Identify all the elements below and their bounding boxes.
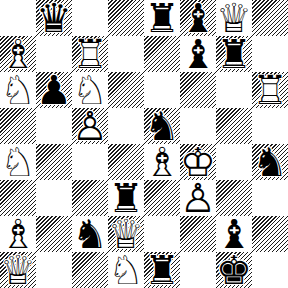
square-e6[interactable]	[144, 72, 180, 108]
piece-face: ♞	[144, 108, 180, 144]
piece-halo: ♝	[0, 216, 36, 252]
piece-black-rook: ♜♜	[216, 36, 252, 72]
square-e5[interactable]: ♞♞	[144, 108, 180, 144]
square-h1[interactable]	[252, 252, 288, 288]
square-d4[interactable]	[108, 144, 144, 180]
piece-face: ♞	[252, 144, 288, 180]
square-h3[interactable]	[252, 180, 288, 216]
piece-face: ♟	[36, 72, 72, 108]
piece-halo: ♞	[252, 144, 288, 180]
piece-halo: ♛	[0, 252, 36, 288]
piece-face: ♙	[72, 108, 108, 144]
square-f4[interactable]: ♚♔	[180, 144, 216, 180]
piece-halo: ♝	[216, 216, 252, 252]
square-a4[interactable]: ♞♘	[0, 144, 36, 180]
square-f2[interactable]	[180, 216, 216, 252]
square-a2[interactable]: ♝♗	[0, 216, 36, 252]
square-e2[interactable]	[144, 216, 180, 252]
square-e4[interactable]: ♝♗	[144, 144, 180, 180]
piece-face: ♝	[216, 216, 252, 252]
square-a8[interactable]	[0, 0, 36, 36]
square-e7[interactable]	[144, 36, 180, 72]
piece-face: ♜	[216, 36, 252, 72]
square-c8[interactable]	[72, 0, 108, 36]
square-g4[interactable]	[216, 144, 252, 180]
piece-halo: ♜	[72, 36, 108, 72]
piece-halo: ♟	[36, 72, 72, 108]
square-f1[interactable]	[180, 252, 216, 288]
square-h8[interactable]	[252, 0, 288, 36]
piece-halo: ♝	[180, 0, 216, 36]
piece-face: ♘	[0, 72, 36, 108]
square-c2[interactable]: ♞♞	[72, 216, 108, 252]
piece-face: ♗	[0, 36, 36, 72]
piece-face: ♝	[180, 0, 216, 36]
square-b6[interactable]: ♟♟	[36, 72, 72, 108]
piece-face: ♗	[144, 144, 180, 180]
piece-white-knight: ♞♘	[0, 144, 36, 180]
square-b7[interactable]	[36, 36, 72, 72]
piece-black-bishop: ♝♝	[180, 0, 216, 36]
piece-halo: ♜	[144, 252, 180, 288]
square-f3[interactable]: ♟♙	[180, 180, 216, 216]
square-e8[interactable]: ♜♜	[144, 0, 180, 36]
piece-white-queen: ♛♕	[108, 216, 144, 252]
square-a3[interactable]	[0, 180, 36, 216]
piece-black-knight: ♞♞	[252, 144, 288, 180]
square-c7[interactable]: ♜♖	[72, 36, 108, 72]
piece-halo: ♛	[216, 0, 252, 36]
square-g1[interactable]: ♚♚	[216, 252, 252, 288]
square-d8[interactable]	[108, 0, 144, 36]
piece-black-bishop: ♝♝	[180, 36, 216, 72]
square-h4[interactable]: ♞♞	[252, 144, 288, 180]
square-g7[interactable]: ♜♜	[216, 36, 252, 72]
piece-black-king: ♚♚	[216, 252, 252, 288]
piece-white-bishop: ♝♗	[0, 36, 36, 72]
piece-white-king: ♚♔	[180, 144, 216, 180]
square-g2[interactable]: ♝♝	[216, 216, 252, 252]
piece-face: ♔	[180, 144, 216, 180]
square-d3[interactable]: ♜♜	[108, 180, 144, 216]
square-c6[interactable]: ♞♘	[72, 72, 108, 108]
square-e1[interactable]: ♜♜	[144, 252, 180, 288]
piece-face: ♞	[72, 216, 108, 252]
piece-white-rook: ♜♖	[252, 72, 288, 108]
piece-face: ♙	[180, 180, 216, 216]
piece-face: ♖	[72, 36, 108, 72]
piece-white-knight: ♞♘	[108, 252, 144, 288]
piece-face: ♜	[108, 180, 144, 216]
piece-face: ♘	[72, 72, 108, 108]
square-b8[interactable]: ♛♛	[36, 0, 72, 36]
piece-face: ♕	[216, 0, 252, 36]
square-a6[interactable]: ♞♘	[0, 72, 36, 108]
square-g8[interactable]: ♛♕	[216, 0, 252, 36]
piece-halo: ♟	[72, 108, 108, 144]
piece-black-queen: ♛♛	[36, 0, 72, 36]
piece-face: ♖	[252, 72, 288, 108]
piece-halo: ♜	[216, 36, 252, 72]
square-d7[interactable]	[108, 36, 144, 72]
square-c1[interactable]	[72, 252, 108, 288]
square-d1[interactable]: ♞♘	[108, 252, 144, 288]
piece-face: ♗	[0, 216, 36, 252]
square-h5[interactable]	[252, 108, 288, 144]
square-g6[interactable]	[216, 72, 252, 108]
square-d6[interactable]	[108, 72, 144, 108]
square-f7[interactable]: ♝♝	[180, 36, 216, 72]
piece-halo: ♝	[0, 36, 36, 72]
square-g3[interactable]	[216, 180, 252, 216]
piece-black-rook: ♜♜	[144, 252, 180, 288]
piece-face: ♕	[0, 252, 36, 288]
square-b4[interactable]	[36, 144, 72, 180]
piece-white-rook: ♜♖	[72, 36, 108, 72]
piece-halo: ♞	[0, 144, 36, 180]
square-c3[interactable]	[72, 180, 108, 216]
piece-white-bishop: ♝♗	[0, 216, 36, 252]
piece-black-knight: ♞♞	[144, 108, 180, 144]
chess-board: ♛♛♜♜♝♝♛♕♝♗♜♖♝♝♜♜♞♘♟♟♞♘♜♖♟♙♞♞♞♘♝♗♚♔♞♞♜♜♟♙…	[0, 0, 288, 288]
piece-halo: ♞	[108, 252, 144, 288]
piece-white-knight: ♞♘	[72, 72, 108, 108]
piece-black-bishop: ♝♝	[216, 216, 252, 252]
piece-face: ♘	[0, 144, 36, 180]
piece-halo: ♜	[108, 180, 144, 216]
piece-halo: ♞	[72, 72, 108, 108]
piece-face: ♕	[108, 216, 144, 252]
piece-black-rook: ♜♜	[108, 180, 144, 216]
square-b5[interactable]	[36, 108, 72, 144]
square-b2[interactable]	[36, 216, 72, 252]
square-a5[interactable]	[0, 108, 36, 144]
square-b1[interactable]	[36, 252, 72, 288]
square-f8[interactable]: ♝♝	[180, 0, 216, 36]
square-g5[interactable]	[216, 108, 252, 144]
square-f6[interactable]	[180, 72, 216, 108]
piece-face: ♛	[36, 0, 72, 36]
piece-halo: ♝	[144, 144, 180, 180]
piece-halo: ♝	[180, 36, 216, 72]
piece-face: ♝	[180, 36, 216, 72]
piece-white-knight: ♞♘	[0, 72, 36, 108]
piece-halo: ♚	[216, 252, 252, 288]
piece-black-knight: ♞♞	[72, 216, 108, 252]
square-d2[interactable]: ♛♕	[108, 216, 144, 252]
square-f5[interactable]	[180, 108, 216, 144]
piece-face: ♜	[144, 0, 180, 36]
piece-black-rook: ♜♜	[144, 0, 180, 36]
square-c5[interactable]: ♟♙	[72, 108, 108, 144]
piece-white-pawn: ♟♙	[72, 108, 108, 144]
square-a1[interactable]: ♛♕	[0, 252, 36, 288]
piece-halo: ♞	[0, 72, 36, 108]
piece-halo: ♛	[108, 216, 144, 252]
piece-black-pawn: ♟♟	[36, 72, 72, 108]
piece-face: ♜	[144, 252, 180, 288]
piece-halo: ♛	[36, 0, 72, 36]
square-h7[interactable]	[252, 36, 288, 72]
square-c4[interactable]	[72, 144, 108, 180]
square-a7[interactable]: ♝♗	[0, 36, 36, 72]
piece-halo: ♚	[180, 144, 216, 180]
square-h2[interactable]	[252, 216, 288, 252]
square-h6[interactable]: ♜♖	[252, 72, 288, 108]
piece-halo: ♜	[144, 0, 180, 36]
square-b3[interactable]	[36, 180, 72, 216]
piece-halo: ♜	[252, 72, 288, 108]
piece-halo: ♟	[180, 180, 216, 216]
square-d5[interactable]	[108, 108, 144, 144]
piece-halo: ♞	[144, 108, 180, 144]
piece-face: ♚	[216, 252, 252, 288]
piece-white-pawn: ♟♙	[180, 180, 216, 216]
square-e3[interactable]	[144, 180, 180, 216]
piece-white-queen: ♛♕	[216, 0, 252, 36]
piece-face: ♘	[108, 252, 144, 288]
piece-white-queen: ♛♕	[0, 252, 36, 288]
piece-halo: ♞	[72, 216, 108, 252]
piece-white-bishop: ♝♗	[144, 144, 180, 180]
